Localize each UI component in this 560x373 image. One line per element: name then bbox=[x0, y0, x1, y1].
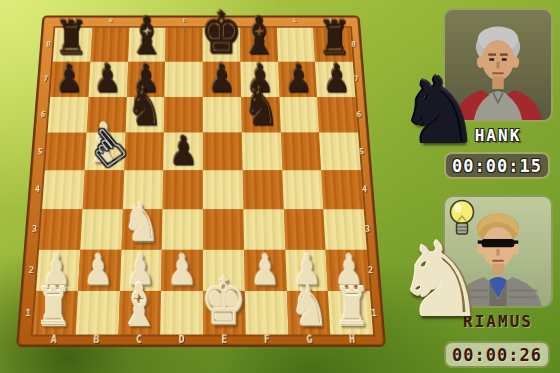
square-f6[interactable]: ♞ bbox=[241, 97, 281, 133]
file-label-bottom-e: E bbox=[203, 333, 246, 344]
rank-label-left-1: 1 bbox=[22, 308, 34, 318]
square-f5[interactable] bbox=[242, 133, 282, 170]
square-a7[interactable]: ♟ bbox=[50, 62, 90, 97]
game-screen: { "game": "chess", "app": "handheld 3D c… bbox=[0, 0, 560, 373]
white-knight-g1[interactable]: ♞ bbox=[290, 279, 329, 335]
black-pawn-b7[interactable]: ♟ bbox=[94, 58, 121, 97]
square-b1[interactable] bbox=[75, 291, 119, 334]
square-d7[interactable] bbox=[165, 62, 203, 97]
square-c6[interactable]: ♞ bbox=[125, 97, 164, 133]
square-c1[interactable]: ♝ bbox=[118, 291, 161, 334]
square-a1[interactable]: ♜ bbox=[33, 291, 78, 334]
lightbulb-thinking-icon bbox=[446, 197, 478, 245]
square-f4[interactable] bbox=[242, 170, 283, 209]
square-a4[interactable] bbox=[42, 170, 84, 209]
square-d4[interactable] bbox=[163, 170, 203, 209]
square-e3[interactable] bbox=[203, 209, 244, 249]
black-pawn-g7[interactable]: ♟ bbox=[285, 58, 312, 97]
board-grid[interactable]: ♜♝♚♝♜♟♟♟♟♟♟♟♞♞♝♟♞♟♟♟♟♟♟♟♜♝♚♞♜ bbox=[33, 28, 373, 335]
white-rook-h1[interactable]: ♜ bbox=[333, 281, 370, 334]
chess-board[interactable]: ♜♝♚♝♜♟♟♟♟♟♟♟♞♞♝♟♞♟♟♟♟♟♟♟♜♝♚♞♜ AABBCCDDEE… bbox=[16, 15, 386, 347]
black-pawn-a7[interactable]: ♟ bbox=[56, 58, 83, 97]
white-knight-c3[interactable]: ♞ bbox=[123, 195, 161, 249]
white-bishop-c1[interactable]: ♝ bbox=[119, 276, 160, 335]
white-pawn-f2[interactable]: ♟ bbox=[251, 249, 281, 291]
square-e5[interactable] bbox=[203, 133, 243, 170]
rank-label-left-4: 4 bbox=[32, 185, 43, 194]
square-e4[interactable] bbox=[203, 170, 243, 209]
rank-label-right-2: 2 bbox=[365, 265, 376, 275]
rank-label-left-5: 5 bbox=[35, 147, 46, 156]
square-d2[interactable]: ♟ bbox=[161, 249, 203, 291]
square-g3[interactable] bbox=[283, 209, 325, 249]
square-d1[interactable] bbox=[160, 291, 203, 334]
file-label-top-a: A bbox=[56, 18, 93, 24]
rank-label-left-6: 6 bbox=[38, 110, 49, 118]
square-e7[interactable]: ♟ bbox=[203, 62, 241, 97]
file-label-bottom-g: G bbox=[288, 333, 331, 344]
file-label-bottom-d: D bbox=[160, 333, 203, 344]
black-king-e8[interactable]: ♚ bbox=[201, 3, 242, 61]
file-label-top-h: H bbox=[313, 18, 350, 24]
square-b2[interactable]: ♟ bbox=[78, 249, 121, 291]
rank-label-right-3: 3 bbox=[362, 224, 373, 233]
square-h6[interactable] bbox=[317, 97, 358, 133]
square-e1[interactable]: ♚ bbox=[203, 291, 246, 334]
square-h4[interactable] bbox=[321, 170, 363, 209]
square-e6[interactable] bbox=[203, 97, 242, 133]
square-h1[interactable]: ♜ bbox=[328, 291, 373, 334]
black-pawn-d5[interactable]: ♟ bbox=[169, 130, 197, 170]
square-f1[interactable] bbox=[245, 291, 288, 334]
square-g1[interactable]: ♞ bbox=[286, 291, 330, 334]
file-label-top-c: C bbox=[129, 18, 166, 24]
square-b4[interactable] bbox=[82, 170, 124, 209]
board-scene: ♜♝♚♝♜♟♟♟♟♟♟♟♞♞♝♟♞♟♟♟♟♟♟♟♜♝♚♞♜ AABBCCDDEE… bbox=[0, 0, 402, 373]
square-h7[interactable]: ♟ bbox=[315, 62, 355, 97]
black-knight-icon: ♞ bbox=[398, 66, 480, 158]
white-king-e1[interactable]: ♚ bbox=[201, 268, 247, 334]
rank-label-right-7: 7 bbox=[351, 75, 361, 83]
rank-label-left-3: 3 bbox=[29, 224, 40, 233]
square-g7[interactable]: ♟ bbox=[278, 62, 317, 97]
rank-label-right-1: 1 bbox=[368, 308, 380, 318]
square-a3[interactable] bbox=[39, 209, 82, 249]
black-pawn-e7[interactable]: ♟ bbox=[208, 58, 235, 97]
rank-label-left-8: 8 bbox=[43, 41, 53, 49]
square-b3[interactable] bbox=[80, 209, 122, 249]
file-label-bottom-h: H bbox=[330, 333, 373, 344]
square-f3[interactable] bbox=[243, 209, 285, 249]
white-pawn-b2[interactable]: ♟ bbox=[84, 249, 114, 291]
square-c3[interactable]: ♞ bbox=[121, 209, 163, 249]
square-g6[interactable] bbox=[279, 97, 319, 133]
square-d3[interactable] bbox=[162, 209, 203, 249]
square-g4[interactable] bbox=[282, 170, 324, 209]
square-h5[interactable] bbox=[319, 133, 361, 170]
file-label-top-d: D bbox=[166, 18, 203, 24]
rank-label-left-7: 7 bbox=[41, 75, 51, 83]
white-rook-a1[interactable]: ♜ bbox=[35, 281, 72, 334]
file-label-top-b: B bbox=[92, 18, 129, 24]
file-label-bottom-c: C bbox=[118, 333, 161, 344]
square-h3[interactable] bbox=[324, 209, 367, 249]
file-label-bottom-b: B bbox=[75, 333, 118, 344]
file-label-top-e: E bbox=[203, 18, 240, 24]
square-b7[interactable]: ♟ bbox=[88, 62, 127, 97]
white-pawn-d2[interactable]: ♟ bbox=[167, 249, 197, 291]
file-label-bottom-a: A bbox=[32, 333, 75, 344]
square-a6[interactable] bbox=[48, 97, 89, 133]
clock-riamus: 00:00:26 bbox=[444, 341, 550, 368]
square-g5[interactable] bbox=[280, 133, 321, 170]
rank-label-right-8: 8 bbox=[349, 41, 359, 49]
rank-label-left-2: 2 bbox=[26, 265, 37, 275]
rank-label-right-6: 6 bbox=[354, 110, 365, 118]
black-knight-c6[interactable]: ♞ bbox=[127, 82, 163, 133]
file-label-top-f: F bbox=[239, 18, 276, 24]
file-label-bottom-f: F bbox=[245, 333, 288, 344]
black-pawn-h7[interactable]: ♟ bbox=[323, 58, 350, 97]
file-label-top-g: G bbox=[276, 18, 313, 24]
black-knight-f6[interactable]: ♞ bbox=[243, 82, 279, 133]
square-d8[interactable] bbox=[165, 28, 202, 62]
square-f2[interactable]: ♟ bbox=[244, 249, 287, 291]
rank-label-right-5: 5 bbox=[356, 147, 367, 156]
square-d5[interactable]: ♟ bbox=[163, 133, 202, 170]
rank-label-right-4: 4 bbox=[359, 185, 370, 194]
